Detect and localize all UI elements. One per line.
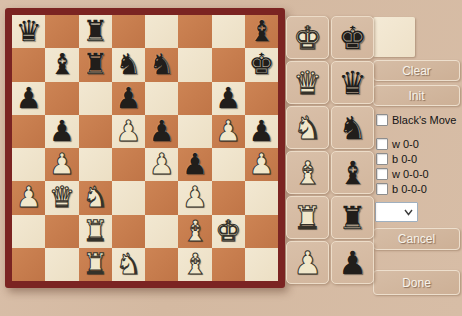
checkbox-b-0-0-0[interactable] [376, 183, 388, 195]
black-bishop-icon: ♝ [338, 157, 367, 189]
square-g5[interactable]: ♟ [212, 115, 245, 148]
checkbox-label: b 0-0-0 [392, 183, 427, 195]
empty-square-eraser[interactable] [373, 17, 415, 57]
square-c1[interactable]: ♜ [79, 248, 112, 281]
square-g8[interactable] [212, 15, 245, 48]
square-g2[interactable]: ♚ [212, 215, 245, 248]
black-pawn: ♟ [115, 84, 141, 113]
square-d3[interactable] [112, 181, 145, 214]
dropdown-select[interactable] [375, 202, 418, 222]
square-h3[interactable] [245, 181, 278, 214]
square-c2[interactable]: ♜ [79, 215, 112, 248]
checkbox-label: b 0-0 [392, 153, 417, 165]
square-a2[interactable] [12, 215, 45, 248]
init-button[interactable]: Init [373, 85, 460, 106]
square-a8[interactable]: ♛ [12, 15, 45, 48]
black-pawn: ♟ [149, 117, 175, 146]
white-knight-icon: ♞ [293, 112, 322, 144]
square-g3[interactable] [212, 181, 245, 214]
square-b1[interactable] [45, 248, 78, 281]
square-e8[interactable] [145, 15, 178, 48]
square-a3[interactable]: ♟ [12, 181, 45, 214]
square-b7[interactable]: ♝ [45, 48, 78, 81]
white-bishop: ♝ [182, 217, 208, 246]
square-c6[interactable] [79, 82, 112, 115]
square-a6[interactable]: ♟ [12, 82, 45, 115]
square-e7[interactable]: ♞ [145, 48, 178, 81]
black-rook-icon: ♜ [338, 202, 367, 234]
square-c8[interactable]: ♜ [79, 15, 112, 48]
square-f2[interactable]: ♝ [178, 215, 211, 248]
square-f5[interactable] [178, 115, 211, 148]
palette-white-bishop[interactable]: ♝ [286, 151, 329, 194]
checkbox-label: w 0-0 [392, 138, 419, 150]
clear-button[interactable]: Clear [373, 60, 460, 81]
checkbox-label: Black's Move [392, 114, 456, 126]
square-a5[interactable] [12, 115, 45, 148]
square-d1[interactable]: ♞ [112, 248, 145, 281]
black-king-icon: ♚ [338, 22, 367, 54]
square-h1[interactable] [245, 248, 278, 281]
checkbox-row: Black's Move [376, 114, 460, 125]
palette-black-knight[interactable]: ♞ [331, 106, 374, 149]
black-pawn: ♟ [49, 117, 75, 146]
square-b5[interactable]: ♟ [45, 115, 78, 148]
square-h4[interactable]: ♟ [245, 148, 278, 181]
square-a1[interactable] [12, 248, 45, 281]
square-e3[interactable] [145, 181, 178, 214]
square-f6[interactable] [178, 82, 211, 115]
white-bishop: ♝ [182, 250, 208, 279]
square-h6[interactable] [245, 82, 278, 115]
white-pawn: ♟ [115, 117, 141, 146]
black-pawn-icon: ♟ [338, 247, 367, 279]
square-e5[interactable]: ♟ [145, 115, 178, 148]
white-pawn: ♟ [149, 150, 175, 179]
square-f4[interactable]: ♟ [178, 148, 211, 181]
square-d8[interactable] [112, 15, 145, 48]
chess-board: ♛♜♝♝♜♞♞♚♟♟♟♟♟♟♟♟♟♟♟♟♟♛♞♟♜♝♚♜♞♝ [12, 15, 278, 281]
square-d4[interactable] [112, 148, 145, 181]
square-g6[interactable]: ♟ [212, 82, 245, 115]
square-d5[interactable]: ♟ [112, 115, 145, 148]
palette-black-rook[interactable]: ♜ [331, 196, 374, 239]
palette-white-knight[interactable]: ♞ [286, 106, 329, 149]
square-c7[interactable]: ♜ [79, 48, 112, 81]
black-pawn: ♟ [182, 150, 208, 179]
white-bishop-icon: ♝ [293, 157, 322, 189]
square-a7[interactable] [12, 48, 45, 81]
white-queen: ♛ [49, 183, 75, 212]
checkbox-row: b 0-0 [376, 153, 460, 164]
square-f1[interactable]: ♝ [178, 248, 211, 281]
black-king: ♚ [248, 50, 274, 79]
options-checkbox-group: Black's Movew 0-0b 0-0w 0-0-0b 0-0-0 [376, 114, 460, 194]
checkbox-b-0-0[interactable] [376, 153, 388, 165]
white-pawn: ♟ [16, 183, 42, 212]
black-pawn: ♟ [16, 84, 42, 113]
white-knight: ♞ [115, 250, 141, 279]
square-e1[interactable] [145, 248, 178, 281]
square-c5[interactable] [79, 115, 112, 148]
palette-black-bishop[interactable]: ♝ [331, 151, 374, 194]
black-knight: ♞ [149, 50, 175, 79]
chess-board-frame: ♛♜♝♝♜♞♞♚♟♟♟♟♟♟♟♟♟♟♟♟♟♛♞♟♜♝♚♜♞♝ [5, 8, 285, 288]
chevron-down-icon [404, 209, 413, 216]
square-b8[interactable] [45, 15, 78, 48]
checkbox-black-s-move[interactable] [376, 114, 388, 126]
palette-black-queen[interactable]: ♛ [331, 61, 374, 104]
square-f8[interactable] [178, 15, 211, 48]
white-rook: ♜ [82, 250, 108, 279]
white-pawn-icon: ♟ [293, 247, 322, 279]
black-rook: ♜ [82, 17, 108, 46]
square-d7[interactable]: ♞ [112, 48, 145, 81]
white-queen-icon: ♛ [293, 67, 322, 99]
square-h5[interactable]: ♟ [245, 115, 278, 148]
square-c3[interactable]: ♞ [79, 181, 112, 214]
cancel-button[interactable]: Cancel [373, 228, 460, 250]
square-d6[interactable]: ♟ [112, 82, 145, 115]
checkbox-w-0-0-0[interactable] [376, 168, 388, 180]
white-pawn: ♟ [248, 150, 274, 179]
white-pawn: ♟ [182, 183, 208, 212]
white-pawn: ♟ [215, 117, 241, 146]
black-queen-icon: ♛ [338, 67, 367, 99]
square-b2[interactable] [45, 215, 78, 248]
white-pawn: ♟ [49, 150, 75, 179]
palette-black-pawn[interactable]: ♟ [331, 241, 374, 284]
square-f3[interactable]: ♟ [178, 181, 211, 214]
position-editor: ♛♜♝♝♜♞♞♚♟♟♟♟♟♟♟♟♟♟♟♟♟♛♞♟♜♝♚♜♞♝ Clear Ini… [0, 0, 462, 316]
square-b3[interactable]: ♛ [45, 181, 78, 214]
white-king-icon: ♚ [293, 22, 322, 54]
white-king: ♚ [215, 217, 241, 246]
square-h8[interactable]: ♝ [245, 15, 278, 48]
square-c4[interactable] [79, 148, 112, 181]
square-b4[interactable]: ♟ [45, 148, 78, 181]
square-g4[interactable] [212, 148, 245, 181]
black-pawn: ♟ [215, 84, 241, 113]
white-rook: ♜ [82, 217, 108, 246]
black-pawn: ♟ [248, 117, 274, 146]
square-h7[interactable]: ♚ [245, 48, 278, 81]
square-d2[interactable] [112, 215, 145, 248]
white-knight: ♞ [82, 183, 108, 212]
square-e2[interactable] [145, 215, 178, 248]
black-bishop: ♝ [49, 50, 75, 79]
checkbox-row: b 0-0-0 [376, 183, 460, 194]
square-h2[interactable] [245, 215, 278, 248]
square-g1[interactable] [212, 248, 245, 281]
black-queen: ♛ [16, 17, 42, 46]
checkbox-row: w 0-0-0 [376, 168, 460, 179]
square-a4[interactable] [12, 148, 45, 181]
square-e4[interactable]: ♟ [145, 148, 178, 181]
black-knight: ♞ [115, 50, 141, 79]
square-b6[interactable] [45, 82, 78, 115]
palette-white-pawn[interactable]: ♟ [286, 241, 329, 284]
done-button[interactable]: Done [373, 270, 460, 295]
palette-white-queen[interactable]: ♛ [286, 61, 329, 104]
checkbox-w-0-0[interactable] [376, 138, 388, 150]
white-rook-icon: ♜ [293, 202, 322, 234]
square-e6[interactable] [145, 82, 178, 115]
checkbox-label: w 0-0-0 [392, 168, 429, 180]
checkbox-row: w 0-0 [376, 138, 460, 149]
black-bishop: ♝ [248, 17, 274, 46]
square-f7[interactable] [178, 48, 211, 81]
black-knight-icon: ♞ [338, 112, 367, 144]
black-rook: ♜ [82, 50, 108, 79]
palette-white-king[interactable]: ♚ [286, 16, 329, 59]
square-g7[interactable] [212, 48, 245, 81]
palette-black-king[interactable]: ♚ [331, 16, 374, 59]
palette-white-rook[interactable]: ♜ [286, 196, 329, 239]
